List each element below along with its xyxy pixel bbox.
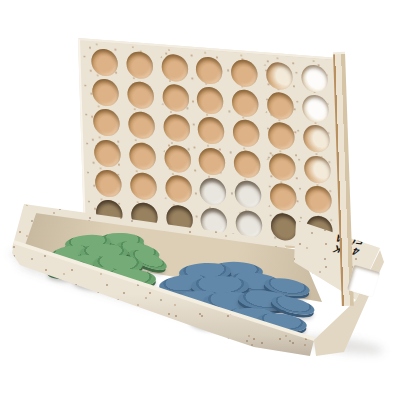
- board-cell-r3c1: [89, 106, 125, 139]
- board-cell-r2c1: [88, 76, 124, 109]
- board-hole-empty: [301, 64, 328, 93]
- board-cell-r1c4: [192, 54, 228, 87]
- board-hole-grid: [87, 46, 337, 247]
- board-hole-empty: [270, 182, 297, 211]
- board-cell-r3c3: [159, 112, 195, 145]
- board-cell-r5c7: [300, 183, 336, 216]
- board-cell-r4c5: [229, 147, 265, 180]
- board-cell-r4c7: [299, 153, 335, 186]
- board-hole-empty: [126, 50, 153, 79]
- board-cell-r3c7: [298, 122, 334, 155]
- board-hole-empty: [128, 111, 155, 140]
- board-hole-empty: [165, 174, 192, 203]
- board-hole-empty: [130, 172, 157, 201]
- board-cell-r3c6: [263, 120, 299, 153]
- board-hole-empty: [199, 147, 226, 176]
- board-cell-r2c3: [158, 81, 194, 114]
- board-hole-empty: [196, 56, 223, 85]
- board-hole-empty: [267, 91, 294, 120]
- board-cell-r5c6: [265, 180, 301, 213]
- board-cell-r4c3: [160, 142, 196, 175]
- board-cell-r1c2: [122, 48, 158, 81]
- board-hole-empty: [234, 149, 261, 178]
- board-hole-empty: [161, 53, 188, 82]
- board-hole-empty: [270, 213, 297, 242]
- board-cell-r1c6: [261, 59, 297, 92]
- board-cell-r2c7: [297, 92, 333, 125]
- board-hole-empty: [302, 94, 329, 123]
- board-hole-empty: [162, 83, 189, 112]
- board-cell-r5c5: [230, 178, 266, 211]
- board-hole-empty: [232, 89, 259, 118]
- board-hole-empty: [303, 155, 330, 184]
- board-cell-r4c6: [264, 150, 300, 183]
- board-cell-r5c4: [195, 175, 231, 208]
- board-cell-r2c2: [123, 79, 159, 112]
- connect-four-product-photo: 4VIK ELVA: [0, 0, 400, 400]
- board-hole-empty: [268, 122, 295, 151]
- board-cell-r1c7: [296, 62, 332, 95]
- board-cell-r3c4: [194, 114, 230, 147]
- board-hole-empty: [231, 58, 258, 87]
- board-cell-r3c5: [228, 117, 264, 150]
- board-cell-r3c2: [124, 109, 160, 142]
- board-hole-empty: [94, 139, 121, 168]
- board-cell-r2c5: [228, 87, 264, 120]
- board-hole-empty: [200, 177, 227, 206]
- board-cell-r5c2: [126, 170, 162, 203]
- board-hole-empty: [93, 108, 120, 137]
- board-cell-r1c1: [87, 46, 123, 79]
- board-cell-r5c3: [161, 172, 197, 205]
- board-hole-empty: [198, 116, 225, 145]
- board-cell-r4c4: [195, 145, 231, 178]
- board-hole-empty: [303, 124, 330, 153]
- board-cell-r1c5: [227, 56, 263, 89]
- board-hole-empty: [127, 81, 154, 110]
- board-hole-empty: [233, 119, 260, 148]
- board-cell-r1c3: [157, 51, 193, 84]
- board-hole-empty: [235, 180, 262, 209]
- board-cell-r2c6: [262, 89, 298, 122]
- board-hole-empty: [197, 86, 224, 115]
- board-hole-empty: [91, 48, 118, 77]
- board-hole-empty: [304, 185, 331, 214]
- board-hole-empty: [269, 152, 296, 181]
- board-cell-r5c1: [91, 167, 127, 200]
- board-hole-empty: [92, 78, 119, 107]
- board-cell-r4c1: [90, 137, 126, 170]
- board-cell-r4c2: [125, 139, 161, 172]
- board-hole-empty: [95, 169, 122, 198]
- board-hole-empty: [163, 114, 190, 143]
- board-hole-empty: [129, 141, 156, 170]
- board-cell-r2c4: [193, 84, 229, 117]
- board-hole-empty: [164, 144, 191, 173]
- board-hole-empty: [266, 61, 293, 90]
